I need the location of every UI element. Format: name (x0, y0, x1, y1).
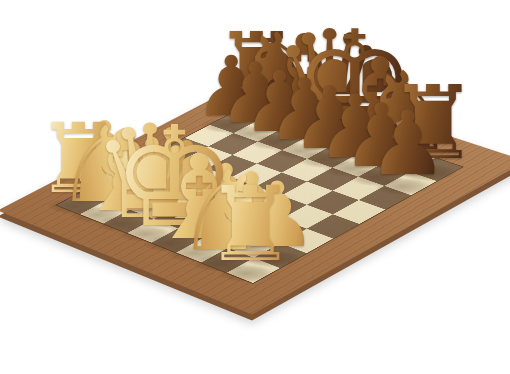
piece-white-rook[interactable]: ♜ (204, 173, 297, 276)
pieces-layer: ♜♞♝♛♚♝♞♜♟♟♟♟♟♟♟♟♟♟♟♟♟♟♟♟♜♞♝♛♚♝♞♜ (0, 0, 510, 374)
piece-black-pawn[interactable]: ♟ (368, 100, 448, 189)
chess-set-photo: ♜♞♝♛♚♝♞♜♟♟♟♟♟♟♟♟♟♟♟♟♟♟♟♟♜♞♝♛♚♝♞♜ (0, 0, 510, 374)
